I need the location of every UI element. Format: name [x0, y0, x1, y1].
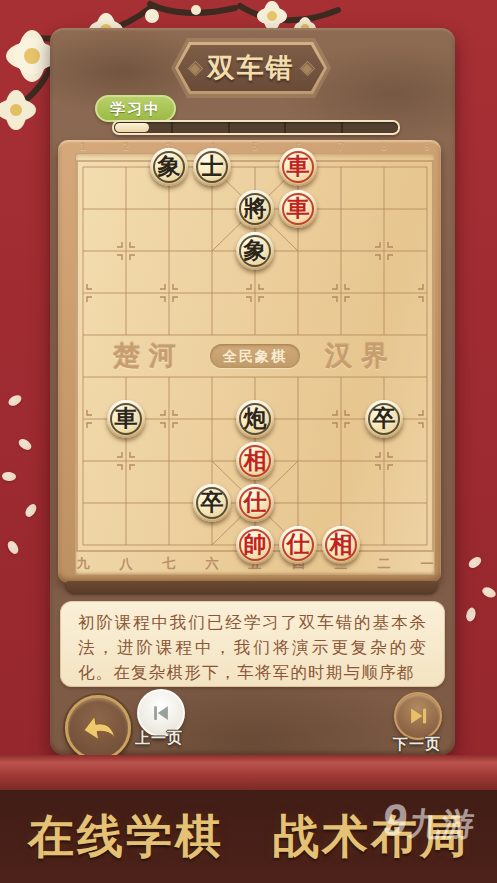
col-label-top: 9 [424, 141, 430, 152]
lesson-text-panel: 初阶课程中我们已经学习了双车错的基本杀法，进阶课程中，我们将演示更复杂的变化。在… [60, 601, 445, 687]
piece-red-相[interactable]: 相 [236, 442, 274, 480]
piece-red-車[interactable]: 車 [279, 148, 317, 186]
col-label-top: 1 [80, 141, 86, 152]
piece-glyph: 相 [330, 533, 353, 556]
col-label-top: 2 [123, 141, 129, 152]
skip-to-start-icon [146, 698, 176, 728]
piece-glyph: 仕 [244, 491, 267, 514]
title-banner: 双车错 [175, 42, 327, 94]
piece-glyph: 相 [244, 449, 267, 472]
piece-glyph: 車 [287, 155, 310, 178]
progress-bar [112, 120, 400, 135]
piece-black-象[interactable]: 象 [150, 148, 188, 186]
col-label-top: 7 [338, 141, 344, 152]
next-page-button[interactable] [394, 692, 442, 740]
return-arrow-icon [76, 706, 120, 750]
piece-glyph: 象 [244, 239, 267, 262]
piece-glyph: 卒 [373, 407, 396, 430]
piece-black-卒[interactable]: 卒 [365, 400, 403, 438]
piece-black-卒[interactable]: 卒 [193, 484, 231, 522]
status-badge-label: 学习中 [110, 100, 161, 117]
skip-to-end-icon [403, 701, 433, 731]
piece-red-相[interactable]: 相 [322, 526, 360, 564]
pieces-layer: 象士車將車象車炮卒相卒仕帥仕相 [75, 153, 435, 575]
piece-red-帥[interactable]: 帥 [236, 526, 274, 564]
status-badge: 学习中 [95, 95, 176, 122]
piece-black-象[interactable]: 象 [236, 232, 274, 270]
piece-glyph: 士 [201, 155, 224, 178]
piece-glyph: 車 [115, 407, 138, 430]
piece-red-仕[interactable]: 仕 [279, 526, 317, 564]
back-button[interactable] [65, 695, 131, 761]
col-label-top: 5 [252, 141, 258, 152]
xiangqi-board[interactable]: 123456789 楚河 全民象棋 汉界 九八七六五四三二一 象士車將車象車炮卒… [58, 140, 441, 583]
watermark-text: 九游 [407, 808, 476, 840]
piece-black-將[interactable]: 將 [236, 190, 274, 228]
footer-banner: 在线学棋 战术布局 9 九游 [0, 790, 497, 883]
previous-page-label[interactable]: 上一页 [135, 730, 183, 745]
piece-glyph: 炮 [244, 407, 267, 430]
piece-glyph: 將 [244, 197, 267, 220]
page-title: 双车错 [208, 55, 295, 82]
piece-black-士[interactable]: 士 [193, 148, 231, 186]
piece-red-車[interactable]: 車 [279, 190, 317, 228]
diamond-ornament-right [301, 62, 314, 75]
jiuyou-watermark: 9 九游 [380, 798, 477, 842]
piece-glyph: 車 [287, 197, 310, 220]
piece-glyph: 帥 [244, 533, 267, 556]
piece-black-車[interactable]: 車 [107, 400, 145, 438]
piece-red-仕[interactable]: 仕 [236, 484, 274, 522]
table-edge [0, 755, 497, 790]
piece-glyph: 卒 [201, 491, 224, 514]
piece-glyph: 象 [158, 155, 181, 178]
piece-black-炮[interactable]: 炮 [236, 400, 274, 438]
lesson-panel: 双车错 学习中 123456789 楚河 全民象棋 汉界 九八七六五四三二一 象… [50, 28, 455, 755]
diamond-ornament-left [189, 62, 202, 75]
board-surface: 楚河 全民象棋 汉界 九八七六五四三二一 象士車將車象車炮卒相卒仕帥仕相 [75, 153, 435, 575]
lesson-text: 初阶课程中我们已经学习了双车错的基本杀法，进阶课程中，我们将演示更复杂的变化。在… [78, 610, 427, 685]
piece-glyph: 仕 [287, 533, 310, 556]
progress-fill [115, 123, 149, 132]
col-label-top: 8 [381, 141, 387, 152]
board-stand [66, 581, 437, 593]
watermark-logo-icon: 9 [380, 798, 409, 842]
next-page-label[interactable]: 下一页 [393, 736, 441, 751]
